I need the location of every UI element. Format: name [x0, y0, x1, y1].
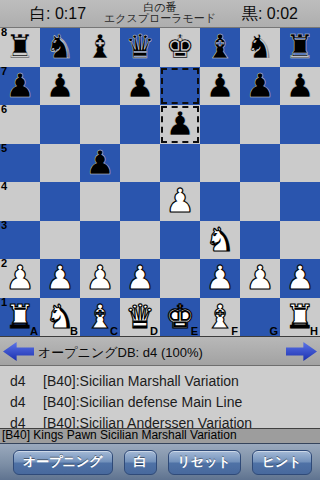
square-h6[interactable] — [280, 105, 320, 144]
square-g7[interactable]: ♟ — [240, 67, 280, 106]
clock-bar: 白: 0:17 白の番 エクスプローラモード 黒: 0:02 — [0, 0, 320, 28]
square-b8[interactable]: ♞ — [40, 28, 80, 67]
square-h2[interactable]: ♟ — [280, 259, 320, 298]
square-g3[interactable] — [240, 221, 280, 260]
hint-button[interactable]: ヒント — [252, 450, 312, 475]
file-label-f: F — [231, 325, 238, 337]
opening-list[interactable]: d4[B40]:Sicilian Marshall Variationd4[B4… — [0, 366, 320, 428]
black-pawn[interactable]: ♟ — [245, 68, 275, 104]
square-e2[interactable] — [160, 259, 200, 298]
white-pawn[interactable]: ♟ — [245, 260, 275, 296]
square-h7[interactable]: ♟ — [280, 67, 320, 106]
black-pawn[interactable]: ♟ — [125, 68, 155, 104]
square-b2[interactable]: ♟ — [40, 259, 80, 298]
square-a3[interactable]: 3 — [0, 221, 40, 260]
square-d2[interactable]: ♟ — [120, 259, 160, 298]
black-king[interactable]: ♚ — [165, 29, 195, 65]
rank-label-5: 5 — [1, 142, 7, 154]
black-bishop[interactable]: ♝ — [85, 29, 115, 65]
square-g6[interactable] — [240, 105, 280, 144]
reset-button[interactable]: リセット — [168, 450, 241, 475]
opening-db-label: オープニングDB: d4 (100%) — [38, 344, 203, 362]
rank-label-8: 8 — [1, 26, 7, 38]
white-pawn[interactable]: ♟ — [5, 260, 35, 296]
rank-label-4: 4 — [1, 180, 7, 192]
black-rook[interactable]: ♜ — [285, 29, 315, 65]
file-label-g: G — [269, 325, 278, 337]
square-d5[interactable] — [120, 144, 160, 183]
square-g5[interactable] — [240, 144, 280, 183]
square-b7[interactable]: ♟ — [40, 67, 80, 106]
square-f3[interactable]: ♞ — [200, 221, 240, 260]
black-clock: 黒: 0:02 — [242, 4, 298, 25]
black-knight[interactable]: ♞ — [45, 29, 75, 65]
next-arrow-icon[interactable] — [286, 342, 317, 361]
square-a5[interactable]: 5 — [0, 144, 40, 183]
square-c4[interactable] — [80, 182, 120, 221]
square-f8[interactable]: ♝ — [200, 28, 240, 67]
square-c3[interactable] — [80, 221, 120, 260]
black-pawn[interactable]: ♟ — [5, 68, 35, 104]
square-h8[interactable]: ♜ — [280, 28, 320, 67]
black-pawn[interactable]: ♟ — [165, 106, 195, 142]
square-f4[interactable] — [200, 182, 240, 221]
chess-app-screen: 白: 0:17 白の番 エクスプローラモード 黒: 0:02 8♜♞♝♛♚♝♞♜… — [0, 0, 320, 480]
rank-label-6: 6 — [1, 103, 7, 115]
square-c2[interactable]: ♟ — [80, 259, 120, 298]
square-d7[interactable]: ♟ — [120, 67, 160, 106]
square-e5[interactable] — [160, 144, 200, 183]
white-pawn[interactable]: ♟ — [165, 183, 195, 219]
black-pawn[interactable]: ♟ — [45, 68, 75, 104]
black-rook[interactable]: ♜ — [5, 29, 35, 65]
black-knight[interactable]: ♞ — [245, 29, 275, 65]
bottom-toolbar: オープニング白リセットヒントもっと見る — [0, 443, 320, 480]
square-c5[interactable]: ♟ — [80, 144, 120, 183]
square-e7[interactable] — [160, 67, 200, 106]
square-a6[interactable]: 6 — [0, 105, 40, 144]
black-pawn[interactable]: ♟ — [85, 145, 115, 181]
white-pawn[interactable]: ♟ — [205, 260, 235, 296]
opening-row-1[interactable]: d4[B40]:Sicilian defense Main Line — [0, 391, 320, 412]
opening-move: d4 — [10, 415, 43, 429]
square-a1[interactable]: 1A♜ — [0, 298, 40, 337]
square-c6[interactable] — [80, 105, 120, 144]
square-d8[interactable]: ♛ — [120, 28, 160, 67]
square-b6[interactable] — [40, 105, 80, 144]
opening-button[interactable]: オープニング — [13, 450, 113, 475]
square-d4[interactable] — [120, 182, 160, 221]
opening-name: [B40]:Sicilian Anderssen Variation — [43, 415, 252, 429]
square-c8[interactable]: ♝ — [80, 28, 120, 67]
square-g2[interactable]: ♟ — [240, 259, 280, 298]
square-b5[interactable] — [40, 144, 80, 183]
square-b1[interactable]: B♞ — [40, 298, 80, 337]
opening-db-bar: オープニングDB: d4 (100%) — [0, 336, 320, 366]
white-pawn[interactable]: ♟ — [45, 260, 75, 296]
file-label-e: E — [191, 325, 198, 337]
black-bishop[interactable]: ♝ — [205, 29, 235, 65]
opening-row-2[interactable]: d4[B40]:Sicilian Anderssen Variation — [0, 412, 320, 428]
square-e6[interactable]: ♟ — [160, 105, 200, 144]
square-a4[interactable]: 4 — [0, 182, 40, 221]
square-a7[interactable]: 7♟ — [0, 67, 40, 106]
white-pawn[interactable]: ♟ — [85, 260, 115, 296]
square-h4[interactable] — [280, 182, 320, 221]
square-e1[interactable]: E♚ — [160, 298, 200, 337]
white-button[interactable]: 白 — [124, 450, 157, 475]
square-b3[interactable] — [40, 221, 80, 260]
square-h1[interactable]: H♜ — [280, 298, 320, 337]
square-f5[interactable] — [200, 144, 240, 183]
white-knight[interactable]: ♞ — [205, 222, 235, 258]
square-e8[interactable]: ♚ — [160, 28, 200, 67]
black-pawn[interactable]: ♟ — [285, 68, 315, 104]
square-c7[interactable] — [80, 67, 120, 106]
rank-label-7: 7 — [1, 65, 7, 77]
white-pawn[interactable]: ♟ — [285, 260, 315, 296]
opening-name: [B40]:Sicilian Marshall Variation — [43, 373, 239, 389]
rank-label-3: 3 — [1, 219, 7, 231]
square-h5[interactable] — [280, 144, 320, 183]
square-d1[interactable]: D♛ — [120, 298, 160, 337]
square-d6[interactable] — [120, 105, 160, 144]
previous-arrow-icon[interactable] — [3, 342, 34, 361]
square-e3[interactable] — [160, 221, 200, 260]
status-bar: [B40] Kings Pawn Sicilian Marshall Varia… — [0, 428, 320, 443]
opening-row-0[interactable]: d4[B40]:Sicilian Marshall Variation — [0, 370, 320, 391]
opening-name: [B40]:Sicilian defense Main Line — [43, 394, 242, 410]
opening-move: d4 — [10, 394, 43, 410]
square-g4[interactable] — [240, 182, 280, 221]
square-b4[interactable] — [40, 182, 80, 221]
black-pawn[interactable]: ♟ — [205, 68, 235, 104]
square-g1[interactable]: G — [240, 298, 280, 337]
file-label-d: D — [150, 325, 158, 337]
square-a8[interactable]: 8♜ — [0, 28, 40, 67]
rank-label-1: 1 — [1, 296, 7, 308]
file-label-b: B — [70, 325, 78, 337]
square-d3[interactable] — [120, 221, 160, 260]
file-label-c: C — [110, 325, 118, 337]
chess-board[interactable]: 8♜♞♝♛♚♝♞♜7♟♟♟♟♟♟6♟5♟4♟3♞2♟♟♟♟♟♟♟1A♜B♞C♝D… — [0, 28, 320, 336]
square-e4[interactable]: ♟ — [160, 182, 200, 221]
square-h3[interactable] — [280, 221, 320, 260]
black-queen[interactable]: ♛ — [125, 29, 155, 65]
square-f1[interactable]: F♝ — [200, 298, 240, 337]
square-a2[interactable]: 2♟ — [0, 259, 40, 298]
rank-label-2: 2 — [1, 257, 7, 269]
opening-move: d4 — [10, 373, 43, 389]
square-f2[interactable]: ♟ — [200, 259, 240, 298]
square-f7[interactable]: ♟ — [200, 67, 240, 106]
file-label-h: H — [310, 325, 318, 337]
white-pawn[interactable]: ♟ — [125, 260, 155, 296]
file-label-a: A — [30, 325, 38, 337]
square-c1[interactable]: C♝ — [80, 298, 120, 337]
square-g8[interactable]: ♞ — [240, 28, 280, 67]
square-f6[interactable] — [200, 105, 240, 144]
